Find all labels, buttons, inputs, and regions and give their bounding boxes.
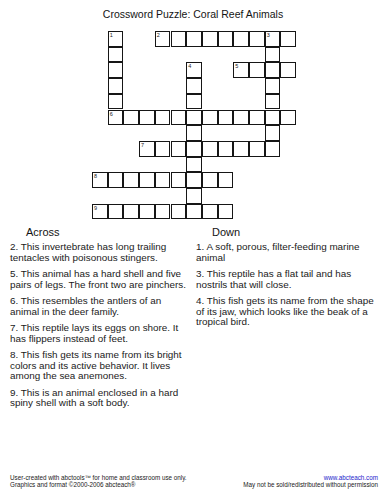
grid-cell-r2c11[interactable] — [265, 62, 281, 78]
grid-cell-r5c2[interactable] — [123, 110, 139, 126]
grid-cell-r3c11[interactable] — [265, 78, 281, 94]
grid-cell-r2c12[interactable] — [280, 62, 296, 78]
grid-cell-r9c2[interactable] — [123, 172, 139, 188]
grid-cell-r5c6[interactable] — [186, 110, 202, 126]
clue-9-across: 9. This is an animal enclosed in a hard … — [10, 388, 188, 409]
page-title: Crossword Puzzle: Coral Reef Animals — [0, 8, 386, 20]
clue-number-2: 2 — [157, 32, 160, 39]
grid-cell-r5c10[interactable] — [249, 110, 265, 126]
abcteach-link[interactable]: www.abcteach.com — [324, 474, 378, 481]
footer-permission-line: May not be sold/redistributed without pe… — [243, 481, 378, 488]
grid-cell-r0c4[interactable]: 2 — [155, 31, 171, 47]
clue-number-9: 9 — [94, 205, 97, 212]
clue-number-6: 6 — [110, 111, 113, 118]
grid-cell-r9c5[interactable] — [171, 172, 187, 188]
grid-cell-r9c7[interactable] — [202, 172, 218, 188]
grid-cell-r4c1[interactable] — [108, 94, 124, 110]
grid-cell-r0c7[interactable] — [202, 31, 218, 47]
grid-cell-r0c6[interactable] — [186, 31, 202, 47]
footer-copyright-line: Graphics and format ©2000-2006 abcteach® — [10, 481, 187, 488]
clue-number-3: 3 — [267, 32, 270, 39]
clue-number-8: 8 — [94, 173, 97, 180]
grid-cell-r3c6[interactable] — [186, 78, 202, 94]
grid-cell-r0c12[interactable] — [280, 31, 296, 47]
grid-cell-r11c3[interactable] — [139, 204, 155, 220]
grid-cell-r5c11[interactable] — [265, 110, 281, 126]
clue-7-across: 7. This reptile lays its eggs on shore. … — [10, 323, 188, 344]
grid-cell-r0c9[interactable] — [233, 31, 249, 47]
grid-cell-r2c9[interactable]: 5 — [233, 62, 249, 78]
grid-cell-r2c6[interactable]: 4 — [186, 62, 202, 78]
crossword-grid: 123456789 — [92, 31, 298, 221]
down-clues-section: Down 1. A soft, porous, filter-feeding m… — [196, 226, 384, 334]
grid-cell-r7c7[interactable] — [202, 141, 218, 157]
grid-cell-r0c1[interactable]: 1 — [108, 31, 124, 47]
grid-cell-r5c4[interactable] — [155, 110, 171, 126]
clue-2-across: 2. This invertebrate has long trailing t… — [10, 242, 188, 263]
across-heading: Across — [26, 226, 188, 238]
grid-cell-r1c1[interactable] — [108, 47, 124, 63]
grid-cell-r5c3[interactable] — [139, 110, 155, 126]
grid-cell-r9c1[interactable] — [108, 172, 124, 188]
across-clues-section: Across 2. This invertebrate has long tra… — [10, 226, 188, 415]
grid-cell-r7c8[interactable] — [218, 141, 234, 157]
down-clues: 1. A soft, porous, filter-feeding marine… — [196, 242, 384, 328]
grid-cell-r0c8[interactable] — [218, 31, 234, 47]
clue-number-1: 1 — [110, 32, 113, 39]
grid-cell-r7c3[interactable]: 7 — [139, 141, 155, 157]
grid-cell-r4c6[interactable] — [186, 94, 202, 110]
clue-3-down: 3. This reptile has a flat tail and has … — [196, 269, 384, 290]
clue-1-down: 1. A soft, porous, filter-feeding marine… — [196, 242, 384, 263]
grid-cell-r0c11[interactable]: 3 — [265, 31, 281, 47]
grid-cell-r11c5[interactable] — [171, 204, 187, 220]
grid-cell-r8c6[interactable] — [186, 157, 202, 173]
clue-number-7: 7 — [141, 142, 144, 149]
clue-number-4: 4 — [188, 63, 191, 70]
grid-cell-r7c10[interactable] — [249, 141, 265, 157]
grid-cell-r3c1[interactable] — [108, 78, 124, 94]
grid-cell-r1c11[interactable] — [265, 47, 281, 63]
clue-number-5: 5 — [235, 63, 238, 70]
grid-cell-r6c11[interactable] — [265, 125, 281, 141]
clue-5-across: 5. This animal has a hard shell and five… — [10, 269, 188, 290]
grid-cell-r10c6[interactable] — [186, 188, 202, 204]
grid-cell-r7c9[interactable] — [233, 141, 249, 157]
grid-cell-r9c0[interactable]: 8 — [92, 172, 108, 188]
grid-cell-r2c1[interactable] — [108, 62, 124, 78]
footer-left: User-created with abctools™ for home and… — [10, 474, 187, 489]
clue-8-across: 8. This fish gets its name from its brig… — [10, 350, 188, 382]
across-clues: 2. This invertebrate has long trailing t… — [10, 242, 188, 409]
grid-cell-r11c0[interactable]: 9 — [92, 204, 108, 220]
clue-4-down: 4. This fish gets its name from the shap… — [196, 296, 384, 328]
grid-cell-r5c9[interactable] — [233, 110, 249, 126]
grid-cell-r0c5[interactable] — [171, 31, 187, 47]
grid-cell-r11c1[interactable] — [108, 204, 124, 220]
grid-cell-r9c6[interactable] — [186, 172, 202, 188]
grid-cell-r5c5[interactable] — [171, 110, 187, 126]
grid-cell-r4c11[interactable] — [265, 94, 281, 110]
grid-cell-r5c8[interactable] — [218, 110, 234, 126]
grid-cell-r7c11[interactable] — [265, 141, 281, 157]
grid-cell-r2c10[interactable] — [249, 62, 265, 78]
grid-cell-r6c6[interactable] — [186, 125, 202, 141]
grid-cell-r9c4[interactable] — [155, 172, 171, 188]
grid-cell-r11c4[interactable] — [155, 204, 171, 220]
grid-cell-r5c1[interactable]: 6 — [108, 110, 124, 126]
crossword-worksheet-page: { "game": "crossword", "title": "Crosswo… — [0, 0, 386, 500]
grid-cell-r11c7[interactable] — [202, 204, 218, 220]
grid-cell-r9c8[interactable] — [218, 172, 234, 188]
clue-6-across: 6. This resembles the antlers of an anim… — [10, 296, 188, 317]
grid-cell-r11c8[interactable] — [218, 204, 234, 220]
down-heading: Down — [212, 226, 384, 238]
footer-usage-line: User-created with abctools™ for home and… — [10, 474, 187, 481]
grid-cell-r7c6[interactable] — [186, 141, 202, 157]
grid-cell-r7c5[interactable] — [171, 141, 187, 157]
grid-cell-r11c6[interactable] — [186, 204, 202, 220]
grid-cell-r7c4[interactable] — [155, 141, 171, 157]
grid-cell-r0c10[interactable] — [249, 31, 265, 47]
grid-cell-r5c7[interactable] — [202, 110, 218, 126]
grid-cell-r5c12[interactable] — [280, 110, 296, 126]
grid-cell-r9c3[interactable] — [139, 172, 155, 188]
footer-right: www.abcteach.com May not be sold/redistr… — [243, 474, 378, 489]
grid-cell-r11c2[interactable] — [123, 204, 139, 220]
